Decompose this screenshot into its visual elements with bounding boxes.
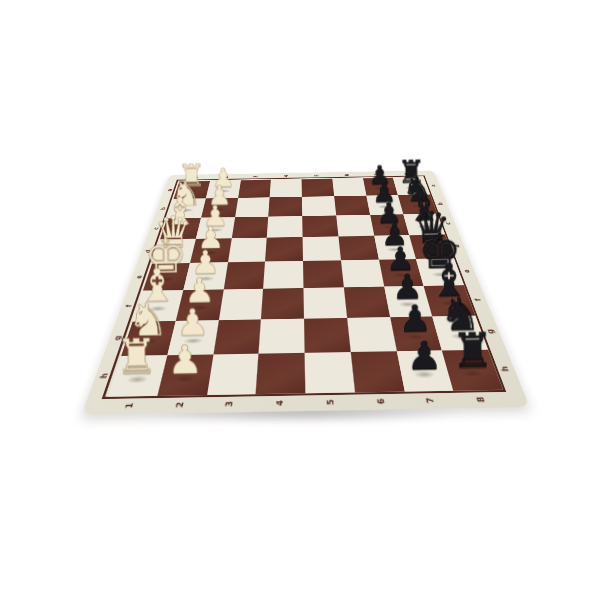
coord-rank-bottom-8: 8	[475, 397, 488, 403]
coord-rank-bottom-3: 3	[224, 401, 235, 407]
coord-rank-bottom-6: 6	[375, 398, 387, 404]
square-b4	[268, 197, 302, 217]
square-f5	[303, 287, 346, 318]
square-g3	[213, 319, 261, 355]
coord-rank-top-5: 5	[313, 174, 320, 176]
coord-rank-bottom-7: 7	[425, 397, 437, 403]
square-h3	[206, 354, 258, 395]
coord-rank-top-6: 6	[344, 174, 351, 176]
square-a6	[332, 178, 366, 196]
square-e4	[263, 261, 303, 289]
square-c5	[302, 215, 338, 237]
coord-rank-top-4: 4	[283, 175, 289, 177]
chess-board: ♜♟♟♜♞♟♟♞♝♟♟♝♛♟♟♛♚♟♟♚♝♟♟♝♞♟♟♞♜♟♟♜	[108, 177, 503, 397]
square-f3	[218, 289, 263, 320]
square-g4	[259, 318, 305, 354]
black-pawn: ♟	[407, 335, 443, 375]
square-h5	[305, 352, 355, 393]
white-rook: ♜	[115, 333, 158, 381]
coord-rank-top-3: 3	[253, 176, 260, 178]
coord-rank-bottom-1: 1	[123, 403, 135, 409]
square-d3	[228, 238, 267, 263]
coord-rank-bottom-2: 2	[174, 402, 186, 408]
square-g5	[304, 318, 350, 354]
photo-scene: ♜♟♟♜♞♟♟♞♝♟♟♝♛♟♟♛♚♟♟♚♝♟♟♝♞♟♟♞♜♟♟♜ aabbccd…	[0, 0, 600, 600]
square-a3	[238, 180, 271, 198]
square-g6	[347, 317, 397, 352]
square-f4	[261, 288, 304, 319]
chess-mat: ♜♟♟♜♞♟♟♞♝♟♟♝♛♟♟♛♚♟♟♚♝♟♟♝♞♟♟♞♜♟♟♜ aabbccd…	[81, 171, 529, 415]
coord-rank-bottom-5: 5	[325, 399, 336, 405]
white-pawn: ♟	[167, 340, 203, 380]
square-e3	[223, 262, 265, 290]
square-h8: ♜	[442, 350, 503, 391]
square-a4	[270, 179, 302, 197]
square-f6	[344, 286, 390, 317]
square-c3	[231, 216, 268, 238]
square-b3	[235, 197, 270, 217]
square-e6	[341, 260, 384, 287]
square-h4	[256, 353, 305, 394]
coord-file-right-h: h	[499, 366, 511, 371]
black-rook: ♜	[451, 327, 494, 375]
square-d5	[303, 237, 341, 261]
square-b6	[334, 196, 370, 216]
square-c4	[267, 216, 303, 238]
square-c6	[336, 215, 374, 237]
square-h6	[350, 351, 404, 392]
coord-rank-bottom-4: 4	[275, 400, 286, 406]
square-e5	[303, 260, 344, 287]
square-a5	[302, 179, 334, 197]
square-d6	[338, 236, 378, 260]
square-b5	[302, 196, 336, 216]
square-h2: ♟	[157, 355, 213, 396]
square-d4	[265, 237, 303, 262]
